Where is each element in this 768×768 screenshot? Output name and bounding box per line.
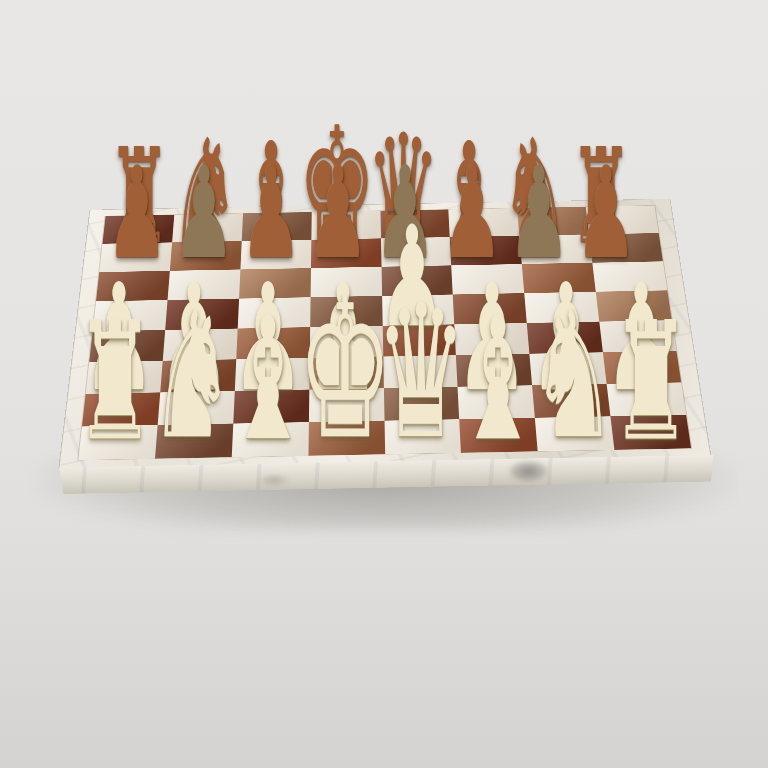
light-rook-a1[interactable]: ♜ [75,300,155,463]
photo-background: ♜♞♝♚♛♝♞♜♟♟♟♟♟♟♟♟♟♟♟♟♟♟♟♟♜♞♝♚♛♝♞♜ [0,0,768,768]
light-knight-b1[interactable]: ♞ [148,288,235,464]
piece-layer: ♜♞♝♚♛♝♞♜♟♟♟♟♟♟♟♟♟♟♟♟♟♟♟♟♜♞♝♚♛♝♞♜ [0,0,768,768]
light-queen-e1[interactable]: ♛ [376,280,467,465]
light-bishop-f1[interactable]: ♝ [456,294,540,464]
light-rook-h1[interactable]: ♜ [611,300,691,463]
light-knight-g1[interactable]: ♞ [531,288,618,464]
